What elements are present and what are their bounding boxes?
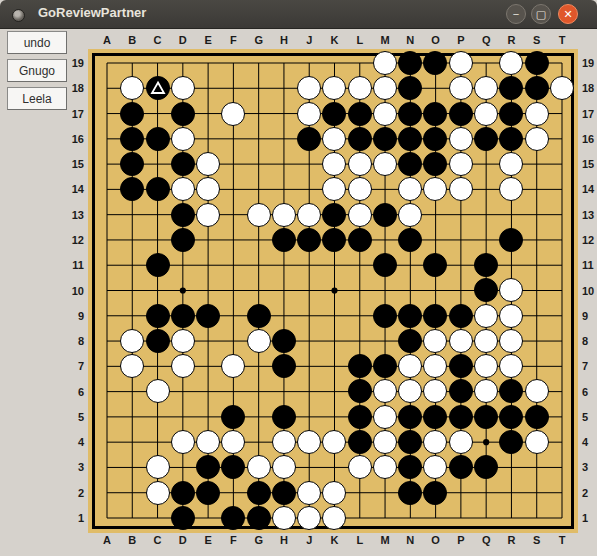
intersection-E1[interactable] [195, 505, 220, 530]
intersection-Q7[interactable] [473, 354, 498, 379]
intersection-E3[interactable] [195, 455, 220, 480]
intersection-D13[interactable] [170, 202, 195, 227]
intersection-M6[interactable] [372, 379, 397, 404]
intersection-A2[interactable] [94, 480, 119, 505]
intersection-B2[interactable] [120, 480, 145, 505]
intersection-A15[interactable] [94, 151, 119, 176]
intersection-R19[interactable] [499, 50, 524, 75]
intersection-A19[interactable] [94, 50, 119, 75]
intersection-R2[interactable] [499, 480, 524, 505]
intersection-L3[interactable] [347, 455, 372, 480]
intersection-D12[interactable] [170, 227, 195, 252]
intersection-A17[interactable] [94, 101, 119, 126]
intersection-B14[interactable] [120, 177, 145, 202]
intersection-C6[interactable] [145, 379, 170, 404]
intersection-S12[interactable] [524, 227, 549, 252]
intersection-S8[interactable] [524, 328, 549, 353]
intersection-B11[interactable] [120, 252, 145, 277]
intersection-T15[interactable] [549, 151, 574, 176]
intersection-M3[interactable] [372, 455, 397, 480]
intersection-Q4[interactable] [473, 429, 498, 454]
intersection-A18[interactable] [94, 76, 119, 101]
intersection-R8[interactable] [499, 328, 524, 353]
intersection-Q5[interactable] [473, 404, 498, 429]
intersection-H6[interactable] [271, 379, 296, 404]
intersection-L17[interactable] [347, 101, 372, 126]
intersection-K18[interactable] [322, 76, 347, 101]
intersection-M2[interactable] [372, 480, 397, 505]
intersection-J7[interactable] [296, 354, 321, 379]
intersection-K3[interactable] [322, 455, 347, 480]
intersection-D16[interactable] [170, 126, 195, 151]
intersection-C16[interactable] [145, 126, 170, 151]
intersection-E6[interactable] [195, 379, 220, 404]
intersection-M9[interactable] [372, 303, 397, 328]
intersection-H18[interactable] [271, 76, 296, 101]
intersection-K2[interactable] [322, 480, 347, 505]
intersection-B1[interactable] [120, 505, 145, 530]
intersection-R18[interactable] [499, 76, 524, 101]
intersection-P12[interactable] [448, 227, 473, 252]
intersection-T11[interactable] [549, 252, 574, 277]
intersection-J15[interactable] [296, 151, 321, 176]
intersection-S9[interactable] [524, 303, 549, 328]
intersection-T2[interactable] [549, 480, 574, 505]
intersection-G1[interactable] [246, 505, 271, 530]
intersection-B3[interactable] [120, 455, 145, 480]
intersection-N19[interactable] [398, 50, 423, 75]
intersection-C10[interactable] [145, 278, 170, 303]
intersection-T18[interactable] [549, 76, 574, 101]
intersection-N13[interactable] [398, 202, 423, 227]
intersection-N14[interactable] [398, 177, 423, 202]
intersection-E14[interactable] [195, 177, 220, 202]
intersection-K11[interactable] [322, 252, 347, 277]
intersection-H11[interactable] [271, 252, 296, 277]
intersection-O16[interactable] [423, 126, 448, 151]
intersection-H16[interactable] [271, 126, 296, 151]
intersection-P16[interactable] [448, 126, 473, 151]
intersection-B7[interactable] [120, 354, 145, 379]
intersection-S19[interactable] [524, 50, 549, 75]
intersection-P18[interactable] [448, 76, 473, 101]
intersection-P9[interactable] [448, 303, 473, 328]
intersection-P11[interactable] [448, 252, 473, 277]
intersection-E17[interactable] [195, 101, 220, 126]
intersection-N16[interactable] [398, 126, 423, 151]
intersection-Q9[interactable] [473, 303, 498, 328]
intersection-Q11[interactable] [473, 252, 498, 277]
intersection-O7[interactable] [423, 354, 448, 379]
intersection-L5[interactable] [347, 404, 372, 429]
intersection-J5[interactable] [296, 404, 321, 429]
intersection-O12[interactable] [423, 227, 448, 252]
intersection-K4[interactable] [322, 429, 347, 454]
intersection-J14[interactable] [296, 177, 321, 202]
intersection-A5[interactable] [94, 404, 119, 429]
intersection-G17[interactable] [246, 101, 271, 126]
intersection-Q1[interactable] [473, 505, 498, 530]
intersection-K12[interactable] [322, 227, 347, 252]
intersection-B17[interactable] [120, 101, 145, 126]
intersection-K19[interactable] [322, 50, 347, 75]
intersection-H8[interactable] [271, 328, 296, 353]
intersection-T1[interactable] [549, 505, 574, 530]
intersection-C4[interactable] [145, 429, 170, 454]
intersection-A11[interactable] [94, 252, 119, 277]
intersection-N15[interactable] [398, 151, 423, 176]
intersection-C2[interactable] [145, 480, 170, 505]
intersection-L15[interactable] [347, 151, 372, 176]
intersection-E12[interactable] [195, 227, 220, 252]
intersection-F14[interactable] [221, 177, 246, 202]
intersection-L1[interactable] [347, 505, 372, 530]
intersection-F1[interactable] [221, 505, 246, 530]
intersection-P7[interactable] [448, 354, 473, 379]
gnugo-button[interactable]: Gnugo [7, 59, 67, 82]
intersection-P3[interactable] [448, 455, 473, 480]
intersection-J3[interactable] [296, 455, 321, 480]
intersection-O19[interactable] [423, 50, 448, 75]
intersection-S16[interactable] [524, 126, 549, 151]
intersection-D18[interactable] [170, 76, 195, 101]
intersection-D19[interactable] [170, 50, 195, 75]
intersection-S3[interactable] [524, 455, 549, 480]
intersection-R14[interactable] [499, 177, 524, 202]
intersection-O4[interactable] [423, 429, 448, 454]
intersection-F5[interactable] [221, 404, 246, 429]
intersection-L6[interactable] [347, 379, 372, 404]
intersection-H10[interactable] [271, 278, 296, 303]
intersection-M15[interactable] [372, 151, 397, 176]
intersection-L4[interactable] [347, 429, 372, 454]
intersection-O10[interactable] [423, 278, 448, 303]
intersection-F10[interactable] [221, 278, 246, 303]
intersection-B9[interactable] [120, 303, 145, 328]
intersection-C9[interactable] [145, 303, 170, 328]
intersection-B15[interactable] [120, 151, 145, 176]
intersection-H19[interactable] [271, 50, 296, 75]
intersection-S10[interactable] [524, 278, 549, 303]
intersection-P15[interactable] [448, 151, 473, 176]
intersection-D15[interactable] [170, 151, 195, 176]
intersection-F17[interactable] [221, 101, 246, 126]
intersection-F2[interactable] [221, 480, 246, 505]
intersection-N10[interactable] [398, 278, 423, 303]
intersection-D10[interactable] [170, 278, 195, 303]
intersection-N18[interactable] [398, 76, 423, 101]
intersection-F11[interactable] [221, 252, 246, 277]
intersection-A12[interactable] [94, 227, 119, 252]
intersection-H17[interactable] [271, 101, 296, 126]
intersection-T12[interactable] [549, 227, 574, 252]
intersection-B16[interactable] [120, 126, 145, 151]
intersection-H15[interactable] [271, 151, 296, 176]
intersection-H5[interactable] [271, 404, 296, 429]
intersection-H7[interactable] [271, 354, 296, 379]
intersection-R6[interactable] [499, 379, 524, 404]
intersection-N12[interactable] [398, 227, 423, 252]
intersection-D11[interactable] [170, 252, 195, 277]
intersection-D3[interactable] [170, 455, 195, 480]
intersection-H13[interactable] [271, 202, 296, 227]
intersection-R4[interactable] [499, 429, 524, 454]
intersection-D2[interactable] [170, 480, 195, 505]
intersection-R17[interactable] [499, 101, 524, 126]
intersection-K5[interactable] [322, 404, 347, 429]
intersection-T7[interactable] [549, 354, 574, 379]
intersection-R5[interactable] [499, 404, 524, 429]
intersection-M14[interactable] [372, 177, 397, 202]
intersection-O15[interactable] [423, 151, 448, 176]
intersection-N3[interactable] [398, 455, 423, 480]
intersection-K10[interactable] [322, 278, 347, 303]
leela-button[interactable]: Leela [7, 87, 67, 110]
intersection-K6[interactable] [322, 379, 347, 404]
intersection-P6[interactable] [448, 379, 473, 404]
intersection-C8[interactable] [145, 328, 170, 353]
intersection-O17[interactable] [423, 101, 448, 126]
intersection-T14[interactable] [549, 177, 574, 202]
intersection-S17[interactable] [524, 101, 549, 126]
intersection-S5[interactable] [524, 404, 549, 429]
intersection-O3[interactable] [423, 455, 448, 480]
intersection-H12[interactable] [271, 227, 296, 252]
intersection-A14[interactable] [94, 177, 119, 202]
intersection-J16[interactable] [296, 126, 321, 151]
intersection-N9[interactable] [398, 303, 423, 328]
intersection-M4[interactable] [372, 429, 397, 454]
intersection-R7[interactable] [499, 354, 524, 379]
intersection-E2[interactable] [195, 480, 220, 505]
title-bar[interactable]: GoReviewPartner − ▢ ✕ [0, 0, 597, 29]
intersection-R13[interactable] [499, 202, 524, 227]
intersection-B4[interactable] [120, 429, 145, 454]
intersection-O18[interactable] [423, 76, 448, 101]
intersection-L10[interactable] [347, 278, 372, 303]
intersection-H4[interactable] [271, 429, 296, 454]
intersection-A16[interactable] [94, 126, 119, 151]
intersection-Q13[interactable] [473, 202, 498, 227]
intersection-R3[interactable] [499, 455, 524, 480]
intersection-M13[interactable] [372, 202, 397, 227]
intersection-K14[interactable] [322, 177, 347, 202]
intersection-F19[interactable] [221, 50, 246, 75]
intersection-S18[interactable] [524, 76, 549, 101]
intersection-A9[interactable] [94, 303, 119, 328]
intersection-O2[interactable] [423, 480, 448, 505]
intersection-F3[interactable] [221, 455, 246, 480]
intersection-P14[interactable] [448, 177, 473, 202]
intersection-P2[interactable] [448, 480, 473, 505]
intersection-G7[interactable] [246, 354, 271, 379]
intersection-M11[interactable] [372, 252, 397, 277]
intersection-K9[interactable] [322, 303, 347, 328]
intersection-R9[interactable] [499, 303, 524, 328]
intersection-H3[interactable] [271, 455, 296, 480]
intersection-K17[interactable] [322, 101, 347, 126]
intersection-D17[interactable] [170, 101, 195, 126]
intersection-M16[interactable] [372, 126, 397, 151]
intersection-G2[interactable] [246, 480, 271, 505]
intersection-A7[interactable] [94, 354, 119, 379]
intersection-D1[interactable] [170, 505, 195, 530]
intersection-E18[interactable] [195, 76, 220, 101]
intersection-K15[interactable] [322, 151, 347, 176]
intersection-T5[interactable] [549, 404, 574, 429]
intersection-E13[interactable] [195, 202, 220, 227]
intersection-P5[interactable] [448, 404, 473, 429]
intersection-N5[interactable] [398, 404, 423, 429]
intersection-H1[interactable] [271, 505, 296, 530]
intersection-E19[interactable] [195, 50, 220, 75]
intersection-D14[interactable] [170, 177, 195, 202]
intersection-J13[interactable] [296, 202, 321, 227]
intersection-B10[interactable] [120, 278, 145, 303]
intersection-M17[interactable] [372, 101, 397, 126]
intersection-Q16[interactable] [473, 126, 498, 151]
intersection-N17[interactable] [398, 101, 423, 126]
intersection-O8[interactable] [423, 328, 448, 353]
intersection-F6[interactable] [221, 379, 246, 404]
intersection-Q15[interactable] [473, 151, 498, 176]
intersection-M8[interactable] [372, 328, 397, 353]
intersection-D7[interactable] [170, 354, 195, 379]
intersection-P8[interactable] [448, 328, 473, 353]
intersection-C11[interactable] [145, 252, 170, 277]
intersection-O14[interactable] [423, 177, 448, 202]
intersection-G12[interactable] [246, 227, 271, 252]
intersection-G3[interactable] [246, 455, 271, 480]
intersection-C12[interactable] [145, 227, 170, 252]
intersection-J11[interactable] [296, 252, 321, 277]
intersection-R15[interactable] [499, 151, 524, 176]
intersection-L7[interactable] [347, 354, 372, 379]
intersection-D4[interactable] [170, 429, 195, 454]
intersection-E11[interactable] [195, 252, 220, 277]
intersection-P13[interactable] [448, 202, 473, 227]
intersection-T6[interactable] [549, 379, 574, 404]
intersection-N8[interactable] [398, 328, 423, 353]
intersection-T16[interactable] [549, 126, 574, 151]
intersection-B8[interactable] [120, 328, 145, 353]
intersection-A3[interactable] [94, 455, 119, 480]
intersection-M19[interactable] [372, 50, 397, 75]
intersection-A6[interactable] [94, 379, 119, 404]
intersection-F4[interactable] [221, 429, 246, 454]
intersection-A10[interactable] [94, 278, 119, 303]
intersection-P4[interactable] [448, 429, 473, 454]
intersection-M10[interactable] [372, 278, 397, 303]
intersection-B18[interactable] [120, 76, 145, 101]
intersection-E15[interactable] [195, 151, 220, 176]
intersection-S1[interactable] [524, 505, 549, 530]
intersection-E10[interactable] [195, 278, 220, 303]
intersection-L12[interactable] [347, 227, 372, 252]
intersection-F12[interactable] [221, 227, 246, 252]
intersection-J9[interactable] [296, 303, 321, 328]
intersection-J19[interactable] [296, 50, 321, 75]
intersection-M1[interactable] [372, 505, 397, 530]
intersection-L13[interactable] [347, 202, 372, 227]
intersection-J6[interactable] [296, 379, 321, 404]
intersection-F9[interactable] [221, 303, 246, 328]
intersection-Q14[interactable] [473, 177, 498, 202]
intersection-M12[interactable] [372, 227, 397, 252]
intersection-Q8[interactable] [473, 328, 498, 353]
intersection-E5[interactable] [195, 404, 220, 429]
intersection-G5[interactable] [246, 404, 271, 429]
intersection-S4[interactable] [524, 429, 549, 454]
intersection-E16[interactable] [195, 126, 220, 151]
intersection-F15[interactable] [221, 151, 246, 176]
intersection-G10[interactable] [246, 278, 271, 303]
intersection-N6[interactable] [398, 379, 423, 404]
intersection-N7[interactable] [398, 354, 423, 379]
intersection-J4[interactable] [296, 429, 321, 454]
intersection-G6[interactable] [246, 379, 271, 404]
intersection-T8[interactable] [549, 328, 574, 353]
intersection-J1[interactable] [296, 505, 321, 530]
intersection-G16[interactable] [246, 126, 271, 151]
undo-button[interactable]: undo [7, 31, 67, 54]
intersection-S13[interactable] [524, 202, 549, 227]
intersection-E7[interactable] [195, 354, 220, 379]
intersection-Q3[interactable] [473, 455, 498, 480]
intersection-C13[interactable] [145, 202, 170, 227]
intersection-G13[interactable] [246, 202, 271, 227]
intersection-J10[interactable] [296, 278, 321, 303]
intersection-D6[interactable] [170, 379, 195, 404]
intersection-M18[interactable] [372, 76, 397, 101]
intersection-F18[interactable] [221, 76, 246, 101]
intersection-R11[interactable] [499, 252, 524, 277]
intersection-O11[interactable] [423, 252, 448, 277]
intersection-J8[interactable] [296, 328, 321, 353]
intersection-N4[interactable] [398, 429, 423, 454]
intersection-R1[interactable] [499, 505, 524, 530]
intersection-A1[interactable] [94, 505, 119, 530]
intersection-O5[interactable] [423, 404, 448, 429]
intersection-H14[interactable] [271, 177, 296, 202]
intersection-C18[interactable] [145, 76, 170, 101]
intersection-A4[interactable] [94, 429, 119, 454]
intersection-J2[interactable] [296, 480, 321, 505]
intersection-N1[interactable] [398, 505, 423, 530]
intersection-D9[interactable] [170, 303, 195, 328]
intersection-O9[interactable] [423, 303, 448, 328]
intersection-C19[interactable] [145, 50, 170, 75]
intersection-T10[interactable] [549, 278, 574, 303]
intersection-Q2[interactable] [473, 480, 498, 505]
intersection-S7[interactable] [524, 354, 549, 379]
intersection-Q18[interactable] [473, 76, 498, 101]
intersection-A13[interactable] [94, 202, 119, 227]
intersection-M7[interactable] [372, 354, 397, 379]
intersection-P10[interactable] [448, 278, 473, 303]
intersection-Q19[interactable] [473, 50, 498, 75]
intersection-R12[interactable] [499, 227, 524, 252]
intersection-F7[interactable] [221, 354, 246, 379]
maximize-button[interactable]: ▢ [531, 4, 551, 24]
intersection-O13[interactable] [423, 202, 448, 227]
intersection-S15[interactable] [524, 151, 549, 176]
intersection-L8[interactable] [347, 328, 372, 353]
intersection-R10[interactable] [499, 278, 524, 303]
intersection-G15[interactable] [246, 151, 271, 176]
intersection-T9[interactable] [549, 303, 574, 328]
intersection-D8[interactable] [170, 328, 195, 353]
